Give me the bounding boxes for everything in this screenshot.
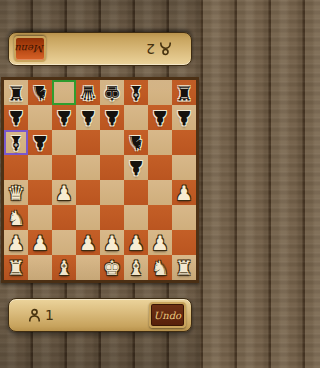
square-e5[interactable] <box>100 155 124 180</box>
square-d4[interactable] <box>76 180 100 205</box>
player1-number: 1 <box>45 307 54 323</box>
piece-black-pawn[interactable]: ♟ <box>103 108 121 128</box>
piece-white-knight[interactable]: ♞ <box>7 208 25 228</box>
piece-black-pawn[interactable]: ♟ <box>151 108 169 128</box>
square-e6[interactable] <box>100 130 124 155</box>
square-f7[interactable] <box>124 105 148 130</box>
square-f2[interactable]: ♟ <box>124 230 148 255</box>
piece-black-rook[interactable]: ♜ <box>175 83 193 103</box>
square-d8[interactable]: ♛ <box>76 80 100 105</box>
piece-white-pawn[interactable]: ♟ <box>127 233 145 253</box>
square-b2[interactable]: ♟ <box>28 230 52 255</box>
square-c7[interactable]: ♟ <box>52 105 76 130</box>
square-h6[interactable] <box>172 130 196 155</box>
square-b8[interactable]: ♞ <box>28 80 52 105</box>
square-f5[interactable]: ♟ <box>124 155 148 180</box>
piece-black-bishop[interactable]: ♝ <box>7 133 25 153</box>
piece-white-rook[interactable]: ♜ <box>7 258 25 278</box>
piece-black-king[interactable]: ♚ <box>103 83 121 103</box>
square-g7[interactable]: ♟ <box>148 105 172 130</box>
piece-white-pawn[interactable]: ♟ <box>103 233 121 253</box>
square-h5[interactable] <box>172 155 196 180</box>
square-g1[interactable]: ♞ <box>148 255 172 280</box>
bottom-player-bar: 1 Undo <box>8 298 192 332</box>
piece-white-pawn[interactable]: ♟ <box>79 233 97 253</box>
square-d6[interactable] <box>76 130 100 155</box>
piece-black-pawn[interactable]: ♟ <box>31 133 49 153</box>
piece-white-queen[interactable]: ♛ <box>7 183 25 203</box>
player2-indicator: 2 <box>46 41 173 57</box>
piece-white-pawn[interactable]: ♟ <box>151 233 169 253</box>
undo-button[interactable]: Undo <box>149 302 186 328</box>
square-b6[interactable]: ♟ <box>28 130 52 155</box>
piece-white-bishop[interactable]: ♝ <box>55 258 73 278</box>
square-c1[interactable]: ♝ <box>52 255 76 280</box>
square-a1[interactable]: ♜ <box>4 255 28 280</box>
square-a3[interactable]: ♞ <box>4 205 28 230</box>
piece-black-knight[interactable]: ♞ <box>127 133 145 153</box>
square-h8[interactable]: ♜ <box>172 80 196 105</box>
square-g8[interactable] <box>148 80 172 105</box>
piece-white-pawn[interactable]: ♟ <box>175 183 193 203</box>
square-c8[interactable] <box>52 80 76 105</box>
piece-white-pawn[interactable]: ♟ <box>31 233 49 253</box>
piece-black-pawn[interactable]: ♟ <box>79 108 97 128</box>
square-f1[interactable]: ♝ <box>124 255 148 280</box>
square-b5[interactable] <box>28 155 52 180</box>
square-e2[interactable]: ♟ <box>100 230 124 255</box>
square-f4[interactable] <box>124 180 148 205</box>
square-g5[interactable] <box>148 155 172 180</box>
square-d3[interactable] <box>76 205 100 230</box>
square-d1[interactable] <box>76 255 100 280</box>
square-c5[interactable] <box>52 155 76 180</box>
piece-white-rook[interactable]: ♜ <box>175 258 193 278</box>
square-e7[interactable]: ♟ <box>100 105 124 130</box>
square-d2[interactable]: ♟ <box>76 230 100 255</box>
top-player-bar: 2 Menu <box>8 32 192 66</box>
square-a5[interactable] <box>4 155 28 180</box>
square-e3[interactable] <box>100 205 124 230</box>
piece-white-knight[interactable]: ♞ <box>151 258 169 278</box>
square-d5[interactable] <box>76 155 100 180</box>
square-g4[interactable] <box>148 180 172 205</box>
piece-black-rook[interactable]: ♜ <box>7 83 25 103</box>
square-f6[interactable]: ♞ <box>124 130 148 155</box>
square-h2[interactable] <box>172 230 196 255</box>
square-a7[interactable]: ♟ <box>4 105 28 130</box>
square-b7[interactable] <box>28 105 52 130</box>
square-g2[interactable]: ♟ <box>148 230 172 255</box>
square-c2[interactable] <box>52 230 76 255</box>
piece-black-bishop[interactable]: ♝ <box>127 83 145 103</box>
piece-white-pawn[interactable]: ♟ <box>7 233 25 253</box>
menu-button[interactable]: Menu <box>14 36 46 62</box>
chess-board: ♜♞♛♚♝♜♟♟♟♟♟♟♝♟♞♟♛♟♟♞♟♟♟♟♟♟♜♝♚♝♞♜ <box>1 77 199 283</box>
square-a6[interactable]: ♝ <box>4 130 28 155</box>
square-h1[interactable]: ♜ <box>172 255 196 280</box>
square-g3[interactable] <box>148 205 172 230</box>
square-e8[interactable]: ♚ <box>100 80 124 105</box>
piece-white-king[interactable]: ♚ <box>103 258 121 278</box>
square-b1[interactable] <box>28 255 52 280</box>
player2-number: 2 <box>146 41 155 57</box>
square-a4[interactable]: ♛ <box>4 180 28 205</box>
square-c4[interactable]: ♟ <box>52 180 76 205</box>
piece-black-pawn[interactable]: ♟ <box>127 158 145 178</box>
piece-white-bishop[interactable]: ♝ <box>127 258 145 278</box>
piece-black-pawn[interactable]: ♟ <box>175 108 193 128</box>
square-a8[interactable]: ♜ <box>4 80 28 105</box>
square-c6[interactable] <box>52 130 76 155</box>
person-icon <box>27 308 42 323</box>
piece-black-pawn[interactable]: ♟ <box>55 108 73 128</box>
square-h3[interactable] <box>172 205 196 230</box>
person-icon <box>158 42 173 57</box>
piece-black-queen[interactable]: ♛ <box>79 83 97 103</box>
square-g6[interactable] <box>148 130 172 155</box>
piece-white-pawn[interactable]: ♟ <box>55 183 73 203</box>
piece-black-knight[interactable]: ♞ <box>31 83 49 103</box>
square-h7[interactable]: ♟ <box>172 105 196 130</box>
piece-black-pawn[interactable]: ♟ <box>7 108 25 128</box>
square-b4[interactable] <box>28 180 52 205</box>
square-b3[interactable] <box>28 205 52 230</box>
square-c3[interactable] <box>52 205 76 230</box>
square-f3[interactable] <box>124 205 148 230</box>
square-e4[interactable] <box>100 180 124 205</box>
square-e1[interactable]: ♚ <box>100 255 124 280</box>
player1-indicator: 1 <box>27 307 149 323</box>
square-d7[interactable]: ♟ <box>76 105 100 130</box>
square-h4[interactable]: ♟ <box>172 180 196 205</box>
square-f8[interactable]: ♝ <box>124 80 148 105</box>
square-a2[interactable]: ♟ <box>4 230 28 255</box>
